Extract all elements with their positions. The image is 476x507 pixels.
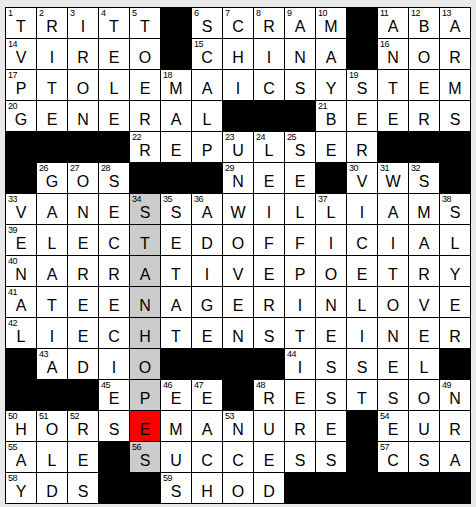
cell-letter: E (99, 297, 129, 315)
cell-r6c9[interactable]: E (254, 163, 284, 193)
cell-letter: S (440, 111, 470, 129)
cell-r1c5[interactable]: 5T (130, 8, 160, 38)
cell-r4c12[interactable]: E (347, 101, 377, 131)
cell-r1c15[interactable]: 13A (440, 8, 470, 38)
cell-r2c5[interactable]: O (130, 39, 160, 69)
cell-r5c9[interactable]: 24L (254, 132, 284, 162)
cell-r12c14[interactable]: L (409, 349, 439, 379)
cell-r12c11[interactable]: S (316, 349, 346, 379)
cell-r8c14[interactable]: A (409, 225, 439, 255)
cell-r16c7[interactable]: H (192, 473, 222, 503)
cell-r7c14[interactable]: M (409, 194, 439, 224)
cell-r12c5[interactable]: O (130, 349, 160, 379)
cell-r1c13[interactable]: 11A (378, 8, 408, 38)
cell-r10c13[interactable]: O (378, 287, 408, 317)
cell-letter: D (37, 483, 67, 501)
cell-letter: L (192, 111, 222, 129)
cell-letter: C (99, 235, 129, 253)
cell-r7c4[interactable]: E (99, 194, 129, 224)
cell-letter: S (347, 80, 377, 98)
cell-r6c10[interactable]: E (285, 163, 315, 193)
cell-r12c9 (254, 349, 284, 379)
cell-letter: S (316, 390, 346, 408)
cell-r2c9[interactable]: I (254, 39, 284, 69)
cell-r16c5 (130, 473, 160, 503)
cell-letter: F (285, 235, 315, 253)
cell-r4c7[interactable]: L (192, 101, 222, 131)
cell-r9c3[interactable]: R (68, 256, 98, 286)
cell-r1c3[interactable]: 3I (68, 8, 98, 38)
cell-r11c9[interactable]: S (254, 318, 284, 348)
cell-r3c8[interactable]: I (223, 70, 253, 100)
cell-r15c13[interactable]: 57C (378, 442, 408, 472)
cell-r4c13[interactable]: E (378, 101, 408, 131)
cell-r4c3[interactable]: N (68, 101, 98, 131)
cell-r13c9[interactable]: 48R (254, 380, 284, 410)
cell-r14c7[interactable]: A (192, 411, 222, 441)
cell-letter: O (68, 173, 98, 191)
cell-r3c10[interactable]: S (285, 70, 315, 100)
cell-r2c6 (161, 39, 191, 69)
cell-letter: R (440, 49, 470, 67)
cell-r15c2[interactable]: L (37, 442, 67, 472)
cell-r11c1[interactable]: 42L (6, 318, 36, 348)
cell-r1c2[interactable]: 2R (37, 8, 67, 38)
cell-r3c15[interactable]: M (440, 70, 470, 100)
cell-r7c15[interactable]: 38S (440, 194, 470, 224)
cell-r8c2[interactable]: L (37, 225, 67, 255)
cell-r1c4[interactable]: 4T (99, 8, 129, 38)
cell-r6c4[interactable]: 28S (99, 163, 129, 193)
cell-r4c14[interactable]: R (409, 101, 439, 131)
cell-r10c14[interactable]: V (409, 287, 439, 317)
cell-letter: E (99, 49, 129, 67)
cell-r11c11[interactable]: E (316, 318, 346, 348)
cell-r2c13[interactable]: 16N (378, 39, 408, 69)
cell-r5c11[interactable]: E (316, 132, 346, 162)
cell-r10c9[interactable]: R (254, 287, 284, 317)
cell-letter: S (99, 173, 129, 191)
cell-r4c2[interactable]: E (37, 101, 67, 131)
cell-r6c14[interactable]: 32S (409, 163, 439, 193)
cell-r12c2[interactable]: 43A (37, 349, 67, 379)
cell-r8c7[interactable]: D (192, 225, 222, 255)
cell-r14c9[interactable]: U (254, 411, 284, 441)
cell-r7c10[interactable]: L (285, 194, 315, 224)
cell-r7c13[interactable]: A (378, 194, 408, 224)
cell-r2c2[interactable]: I (37, 39, 67, 69)
cell-letter: L (254, 142, 284, 160)
cell-r11c13[interactable]: N (378, 318, 408, 348)
cell-r6c8[interactable]: 29N (223, 163, 253, 193)
cell-r4c6[interactable]: A (161, 101, 191, 131)
cell-letter: R (254, 18, 284, 36)
cell-r15c4 (99, 442, 129, 472)
cell-letter: M (161, 421, 191, 439)
cell-r9c15[interactable]: Y (440, 256, 470, 286)
cell-r7c3[interactable]: N (68, 194, 98, 224)
cell-r15c14[interactable]: S (409, 442, 439, 472)
cell-r7c12[interactable]: I (347, 194, 377, 224)
cell-r4c5[interactable]: R (130, 101, 160, 131)
cell-r7c1[interactable]: 33V (6, 194, 36, 224)
cell-r9c13[interactable]: T (378, 256, 408, 286)
cell-letter: A (6, 452, 36, 470)
cell-letter: E (378, 421, 408, 439)
cell-letter: E (285, 173, 315, 191)
cell-letter: A (378, 18, 408, 36)
cell-r16c9[interactable]: D (254, 473, 284, 503)
cell-letter: W (223, 204, 253, 222)
cell-r15c7[interactable]: C (192, 442, 222, 472)
cell-letter: I (254, 204, 284, 222)
cell-r14c1[interactable]: 50H (6, 411, 36, 441)
cell-letter: A (37, 359, 67, 377)
cell-r11c12[interactable]: I (347, 318, 377, 348)
cell-r4c10 (285, 101, 315, 131)
cell-r12c4[interactable]: I (99, 349, 129, 379)
cell-letter: S (130, 452, 160, 470)
cell-r10c12[interactable]: L (347, 287, 377, 317)
cell-letter: E (192, 390, 222, 408)
cell-letter: T (285, 328, 315, 346)
cell-r3c9[interactable]: C (254, 70, 284, 100)
cell-letter: S (192, 18, 222, 36)
cell-r4c9 (254, 101, 284, 131)
cell-r13c15[interactable]: 49N (440, 380, 470, 410)
cell-r10c10[interactable]: I (285, 287, 315, 317)
cell-r1c10[interactable]: 9A (285, 8, 315, 38)
cell-r10c3[interactable]: E (68, 287, 98, 317)
cell-letter: L (285, 204, 315, 222)
cell-r2c8[interactable]: H (223, 39, 253, 69)
cell-r8c6[interactable]: E (161, 225, 191, 255)
cell-r7c5[interactable]: 34S (130, 194, 160, 224)
cell-r14c2[interactable]: 51O (37, 411, 67, 441)
cell-r3c6[interactable]: 18M (161, 70, 191, 100)
cell-letter: E (285, 390, 315, 408)
cell-r8c1[interactable]: 39E (6, 225, 36, 255)
cell-letter: C (223, 452, 253, 470)
cell-letter: E (161, 142, 191, 160)
cell-r15c9[interactable]: E (254, 442, 284, 472)
cell-r4c4[interactable]: E (99, 101, 129, 131)
cell-r12c13[interactable]: E (378, 349, 408, 379)
cell-r2c14[interactable]: O (409, 39, 439, 69)
cell-r8c12[interactable]: C (347, 225, 377, 255)
cell-r1c6 (161, 8, 191, 38)
cell-r14c6[interactable]: M (161, 411, 191, 441)
cell-r1c14[interactable]: 12B (409, 8, 439, 38)
cell-r2c4[interactable]: E (99, 39, 129, 69)
cell-r12c7 (192, 349, 222, 379)
cell-r5c6[interactable]: E (161, 132, 191, 162)
cell-r15c15[interactable]: A (440, 442, 470, 472)
cell-r1c9[interactable]: 8R (254, 8, 284, 38)
cell-r16c2[interactable]: D (37, 473, 67, 503)
cell-r5c1 (6, 132, 36, 162)
cell-r2c3[interactable]: R (68, 39, 98, 69)
cell-letter: E (378, 111, 408, 129)
cell-r16c6[interactable]: 59S (161, 473, 191, 503)
cell-r15c8[interactable]: C (223, 442, 253, 472)
cell-letter: S (68, 483, 98, 501)
cell-r12c3[interactable]: D (68, 349, 98, 379)
cell-letter: T (99, 18, 129, 36)
cell-r16c3[interactable]: S (68, 473, 98, 503)
cell-r6c2[interactable]: 26G (37, 163, 67, 193)
cell-r16c8[interactable]: O (223, 473, 253, 503)
cell-r5c4 (99, 132, 129, 162)
cell-letter: O (130, 359, 160, 377)
cell-r6c13[interactable]: 31W (378, 163, 408, 193)
cell-letter: L (6, 328, 36, 346)
cell-letter: T (130, 18, 160, 36)
cell-r15c11[interactable]: S (316, 442, 346, 472)
cell-letter: A (316, 49, 346, 67)
cell-letter: R (130, 142, 160, 160)
cell-r8c5[interactable]: T (130, 225, 160, 255)
cell-r4c15[interactable]: S (440, 101, 470, 131)
cell-letter: U (254, 421, 284, 439)
cell-letter: S (378, 390, 408, 408)
cell-r5c8[interactable]: 23U (223, 132, 253, 162)
cell-r15c3[interactable]: E (68, 442, 98, 472)
cell-r6c12[interactable]: 30V (347, 163, 377, 193)
cell-letter: W (378, 173, 408, 191)
cell-letter: I (99, 359, 129, 377)
cell-letter: V (6, 204, 36, 222)
cell-r9c5[interactable]: A (130, 256, 160, 286)
cell-letter: I (378, 235, 408, 253)
cell-r16c12 (347, 473, 377, 503)
cell-r1c12 (347, 8, 377, 38)
cell-r3c13[interactable]: T (378, 70, 408, 100)
cell-r3c7[interactable]: A (192, 70, 222, 100)
cell-r3c12[interactable]: 19S (347, 70, 377, 100)
cell-r9c4[interactable]: R (99, 256, 129, 286)
cell-r6c1 (6, 163, 36, 193)
cell-r11c6[interactable]: T (161, 318, 191, 348)
cell-letter: H (192, 483, 222, 501)
cell-letter: T (347, 390, 377, 408)
cell-r13c11[interactable]: S (316, 380, 346, 410)
cell-r10c4[interactable]: E (99, 287, 129, 317)
cell-r9c6[interactable]: T (161, 256, 191, 286)
cell-r3c14[interactable]: E (409, 70, 439, 100)
cell-letter: U (161, 452, 191, 470)
cell-letter: P (192, 142, 222, 160)
cell-r13c2 (37, 380, 67, 410)
cell-letter: N (378, 328, 408, 346)
cell-r9c11[interactable]: O (316, 256, 346, 286)
cell-r10c2[interactable]: T (37, 287, 67, 317)
cell-r14c13[interactable]: 54E (378, 411, 408, 441)
cell-r7c9[interactable]: I (254, 194, 284, 224)
cell-r16c10 (285, 473, 315, 503)
cell-r13c14[interactable]: O (409, 380, 439, 410)
cell-letter: N (440, 390, 470, 408)
cell-r10c11[interactable]: N (316, 287, 346, 317)
cell-letter: R (68, 421, 98, 439)
cell-r11c5[interactable]: H (130, 318, 160, 348)
cell-r15c10[interactable]: S (285, 442, 315, 472)
cell-letter: E (254, 452, 284, 470)
cell-r14c4[interactable]: S (99, 411, 129, 441)
cell-r14c14[interactable]: U (409, 411, 439, 441)
cell-r8c13[interactable]: I (378, 225, 408, 255)
cell-r14c5[interactable]: E (130, 411, 160, 441)
cell-r4c11[interactable]: 21B (316, 101, 346, 131)
cell-r10c8[interactable]: E (223, 287, 253, 317)
cell-letter: O (37, 421, 67, 439)
cell-r3c11[interactable]: Y (316, 70, 346, 100)
cell-r5c14 (409, 132, 439, 162)
cell-letter: Y (6, 483, 36, 501)
cell-r14c3[interactable]: 52R (68, 411, 98, 441)
cell-letter: V (6, 49, 36, 67)
cell-letter: O (223, 235, 253, 253)
cell-r7c8[interactable]: W (223, 194, 253, 224)
cell-r1c1[interactable]: 1T (6, 8, 36, 38)
cell-letter: E (68, 297, 98, 315)
cell-r9c7[interactable]: I (192, 256, 222, 286)
cell-letter: B (409, 18, 439, 36)
cell-r5c10[interactable]: 25S (285, 132, 315, 162)
cell-r12c12[interactable]: S (347, 349, 377, 379)
cell-r8c11[interactable]: I (316, 225, 346, 255)
cell-r7c2[interactable]: A (37, 194, 67, 224)
cell-r8c4[interactable]: C (99, 225, 129, 255)
cell-r5c12[interactable]: R (347, 132, 377, 162)
cell-r12c10[interactable]: 44I (285, 349, 315, 379)
cell-r8c15[interactable]: L (440, 225, 470, 255)
cell-r7c6[interactable]: 35S (161, 194, 191, 224)
cell-r7c11[interactable]: 37L (316, 194, 346, 224)
cell-letter: T (130, 235, 160, 253)
cell-r2c10[interactable]: N (285, 39, 315, 69)
cell-letter: E (254, 173, 284, 191)
cell-r6c3[interactable]: 27O (68, 163, 98, 193)
cell-letter: R (409, 266, 439, 284)
cell-r9c2[interactable]: A (37, 256, 67, 286)
cell-r9c1[interactable]: 40N (6, 256, 36, 286)
cell-letter: S (285, 142, 315, 160)
cell-letter: E (254, 266, 284, 284)
cell-r13c10[interactable]: E (285, 380, 315, 410)
cell-letter: O (130, 49, 160, 67)
cell-r3c2[interactable]: T (37, 70, 67, 100)
cell-letter: M (409, 204, 439, 222)
cell-r5c2 (37, 132, 67, 162)
cell-r11c4[interactable]: C (99, 318, 129, 348)
cell-r9c14[interactable]: R (409, 256, 439, 286)
cell-r10c5[interactable]: N (130, 287, 160, 317)
cell-r8c9[interactable]: F (254, 225, 284, 255)
cell-r3c1[interactable]: 17P (6, 70, 36, 100)
cell-r9c8[interactable]: V (223, 256, 253, 286)
cell-r11c14[interactable]: E (409, 318, 439, 348)
cell-r7c7[interactable]: 36A (192, 194, 222, 224)
cell-r4c8 (223, 101, 253, 131)
cell-letter: E (130, 80, 160, 98)
cell-r5c7[interactable]: P (192, 132, 222, 162)
cell-letter: V (409, 297, 439, 315)
cell-r2c11[interactable]: A (316, 39, 346, 69)
cell-r9c10[interactable]: P (285, 256, 315, 286)
cell-letter: N (130, 297, 160, 315)
cell-letter: C (99, 328, 129, 346)
cell-r1c11[interactable]: 10M (316, 8, 346, 38)
cell-r2c1[interactable]: 14V (6, 39, 36, 69)
cell-r13c4[interactable]: 45E (99, 380, 129, 410)
cell-r9c12[interactable]: E (347, 256, 377, 286)
cell-r3c3[interactable]: O (68, 70, 98, 100)
cell-r14c10[interactable]: R (285, 411, 315, 441)
cell-r10c1[interactable]: 41A (6, 287, 36, 317)
cell-r13c5[interactable]: P (130, 380, 160, 410)
cell-r8c10[interactable]: F (285, 225, 315, 255)
cell-r1c8[interactable]: 7C (223, 8, 253, 38)
cell-r15c1[interactable]: 55A (6, 442, 36, 472)
cell-r16c1[interactable]: 58Y (6, 473, 36, 503)
cell-letter: A (6, 297, 36, 315)
cell-r11c10[interactable]: T (285, 318, 315, 348)
cell-r13c13[interactable]: S (378, 380, 408, 410)
cell-letter: N (285, 49, 315, 67)
cell-r9c9[interactable]: E (254, 256, 284, 286)
cell-r10c15[interactable]: E (440, 287, 470, 317)
cell-r11c7[interactable]: E (192, 318, 222, 348)
cell-r8c3[interactable]: E (68, 225, 98, 255)
cell-r11c2[interactable]: I (37, 318, 67, 348)
cell-letter: S (409, 173, 439, 191)
cell-r10c7[interactable]: G (192, 287, 222, 317)
cell-r2c15[interactable]: R (440, 39, 470, 69)
cell-r11c3[interactable]: E (68, 318, 98, 348)
cell-r3c4[interactable]: L (99, 70, 129, 100)
cell-r14c11[interactable]: E (316, 411, 346, 441)
cell-r15c5[interactable]: 56S (130, 442, 160, 472)
cell-letter: A (192, 421, 222, 439)
cell-letter: R (347, 142, 377, 160)
cell-r11c8[interactable]: N (223, 318, 253, 348)
cell-letter: T (6, 18, 36, 36)
cell-letter: A (161, 111, 191, 129)
cell-r14c15[interactable]: R (440, 411, 470, 441)
cell-r13c6[interactable]: 46E (161, 380, 191, 410)
cell-letter: A (378, 204, 408, 222)
cell-letter: I (192, 266, 222, 284)
cell-r2c7[interactable]: 15C (192, 39, 222, 69)
cell-letter: D (254, 483, 284, 501)
cell-r5c5[interactable]: 22R (130, 132, 160, 162)
cell-r5c3 (68, 132, 98, 162)
cell-r1c7[interactable]: 6S (192, 8, 222, 38)
cell-r11c15[interactable]: R (440, 318, 470, 348)
cell-letter: H (223, 49, 253, 67)
cell-r13c12[interactable]: T (347, 380, 377, 410)
cell-letter: O (316, 266, 346, 284)
cell-r15c6[interactable]: U (161, 442, 191, 472)
cell-letter: M (440, 80, 470, 98)
cell-r8c8[interactable]: O (223, 225, 253, 255)
cell-r4c1[interactable]: 20G (6, 101, 36, 131)
cell-r3c5[interactable]: E (130, 70, 160, 100)
cell-r14c8[interactable]: 53N (223, 411, 253, 441)
cell-r13c7[interactable]: 47E (192, 380, 222, 410)
cell-r10c6[interactable]: A (161, 287, 191, 317)
